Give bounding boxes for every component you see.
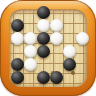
- grid-line-horizontal: [9, 13, 87, 14]
- hoshi-star-point: [71, 71, 75, 75]
- grid-line-vertical: [13, 9, 14, 87]
- grid-line-vertical: [33, 9, 34, 87]
- grid-line-horizontal: [9, 73, 87, 74]
- grid-line-vertical: [53, 9, 54, 87]
- grid-line-horizontal: [9, 33, 87, 34]
- grid-line-vertical: [83, 9, 84, 87]
- hoshi-star-point: [51, 71, 55, 75]
- grid-line-horizontal: [9, 53, 87, 54]
- grid-line-vertical: [73, 9, 74, 87]
- screenshot: [0, 0, 96, 96]
- grid-line-vertical: [63, 9, 64, 87]
- grid-line-horizontal: [9, 83, 87, 84]
- grid-line-horizontal: [9, 43, 87, 44]
- go-board[interactable]: [9, 9, 87, 87]
- grid-line-horizontal: [9, 63, 87, 64]
- grid-line-vertical: [23, 9, 24, 87]
- grid-line-horizontal: [9, 23, 87, 24]
- grid-line-vertical: [43, 9, 44, 87]
- go-app-icon[interactable]: [0, 0, 96, 96]
